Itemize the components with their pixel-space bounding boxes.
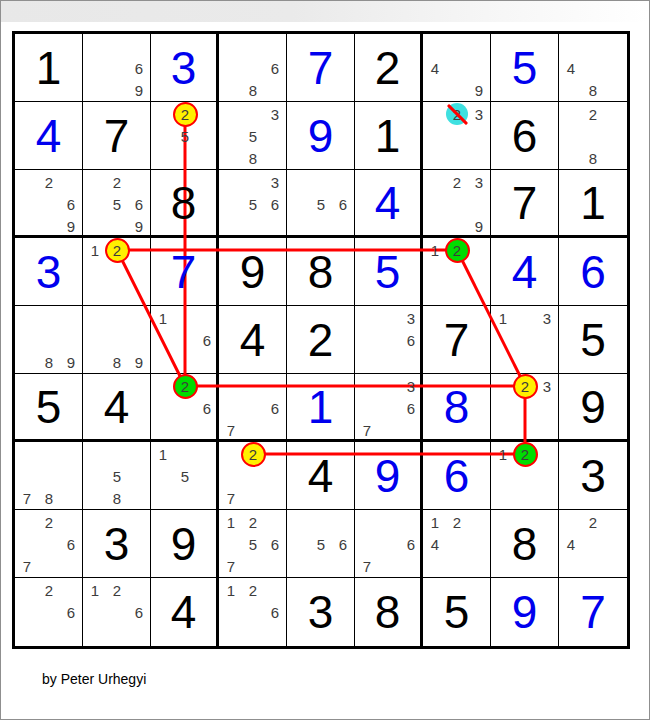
- cell-value: 7: [287, 34, 354, 101]
- cell-value: 9: [355, 442, 420, 509]
- candidate-6: 6: [196, 397, 218, 419]
- cell-r1c8[interactable]: 5: [491, 34, 559, 102]
- cell-value: 1: [287, 374, 354, 439]
- candidate-5: 5: [174, 125, 196, 147]
- candidate-6: 6: [60, 533, 82, 555]
- cell-r9c5[interactable]: 3: [287, 578, 355, 646]
- sudoku-board: 1693687249548472535891236282692569835656…: [12, 31, 630, 649]
- cell-r9c9[interactable]: 7: [559, 578, 627, 646]
- cell-value: 5: [559, 306, 627, 373]
- candidate-1: 1: [220, 511, 242, 533]
- candidate-4: 4: [424, 57, 446, 79]
- candidate-3: 3: [400, 375, 422, 397]
- candidate-3: 3: [400, 307, 422, 329]
- cell-r7c5[interactable]: 4: [287, 442, 355, 510]
- candidate-6: 6: [196, 329, 218, 351]
- cell-value: 7: [423, 306, 490, 373]
- cell-r4c1[interactable]: 3: [15, 238, 83, 306]
- candidate-1: 1: [492, 443, 514, 465]
- cell-value: 2: [287, 306, 354, 373]
- candidate-9: 9: [60, 215, 82, 237]
- candidate-2: 2: [174, 375, 196, 397]
- candidate-9: 9: [128, 215, 150, 237]
- cell-value: 1: [15, 34, 82, 101]
- candidate-7: 7: [16, 487, 38, 509]
- candidate-3: 3: [536, 307, 558, 329]
- cell-value: 4: [151, 578, 216, 646]
- candidate-5: 5: [106, 465, 128, 487]
- cell-value: 9: [219, 238, 286, 305]
- candidate-8: 8: [582, 79, 604, 101]
- candidate-8: 8: [582, 147, 604, 169]
- candidate-6: 6: [60, 601, 82, 623]
- candidate-2: 2: [446, 171, 468, 193]
- cell-r5c5[interactable]: 2: [287, 306, 355, 374]
- candidate-2: 2: [514, 375, 536, 397]
- cell-value: 5: [15, 374, 82, 439]
- cell-r5c4[interactable]: 4: [219, 306, 287, 374]
- candidate-9: 9: [468, 215, 490, 237]
- cell-r1c6[interactable]: 2: [355, 34, 423, 102]
- candidate-6: 6: [400, 397, 422, 419]
- cell-value: 8: [491, 510, 558, 577]
- candidate-8: 8: [38, 351, 60, 373]
- cell-value: 7: [151, 238, 216, 305]
- candidate-2: 2: [106, 579, 128, 601]
- candidate-1: 1: [492, 307, 514, 329]
- candidate-6: 6: [60, 193, 82, 215]
- window-top-strip: [1, 1, 648, 22]
- cell-r6c9[interactable]: 9: [559, 374, 627, 442]
- candidate-6: 6: [400, 329, 422, 351]
- candidate-4: 4: [560, 533, 582, 555]
- candidate-7: 7: [16, 555, 38, 577]
- candidate-2: 2: [174, 103, 196, 125]
- cell-value: 1: [355, 102, 420, 169]
- candidate-5: 5: [310, 533, 332, 555]
- cell-value: 6: [423, 442, 490, 509]
- cell-r7c6[interactable]: 9: [355, 442, 423, 510]
- cell-value: 7: [83, 102, 150, 169]
- cell-r8c2[interactable]: 3: [83, 510, 151, 578]
- candidate-7: 7: [220, 555, 242, 577]
- candidate-9: 9: [128, 351, 150, 373]
- cell-value: 7: [559, 578, 627, 646]
- candidate-1: 1: [424, 511, 446, 533]
- candidate-2: 2: [446, 239, 468, 261]
- cell-r2c1[interactable]: 4: [15, 102, 83, 170]
- cell-r6c2[interactable]: 4: [83, 374, 151, 442]
- cell-r3c6[interactable]: 4: [355, 170, 423, 238]
- candidate-6: 6: [264, 57, 286, 79]
- cell-value: 3: [15, 238, 82, 305]
- candidate-2: 2: [38, 511, 60, 533]
- candidate-4: 4: [560, 57, 582, 79]
- cell-r1c1[interactable]: 1: [15, 34, 83, 102]
- candidate-9: 9: [468, 79, 490, 101]
- candidate-6: 6: [332, 533, 354, 555]
- candidate-7: 7: [356, 555, 378, 577]
- candidate-3: 3: [264, 171, 286, 193]
- cell-value: 6: [491, 102, 558, 169]
- cell-r6c7[interactable]: 8: [423, 374, 491, 442]
- candidate-8: 8: [38, 487, 60, 509]
- cell-value: 4: [491, 238, 558, 305]
- cell-r2c8[interactable]: 6: [491, 102, 559, 170]
- cell-r3c8[interactable]: 7: [491, 170, 559, 238]
- candidate-5: 5: [310, 193, 332, 215]
- candidate-2: 2: [38, 171, 60, 193]
- cell-value: 9: [287, 102, 354, 169]
- candidate-5: 5: [242, 125, 264, 147]
- cell-value: 8: [423, 374, 490, 439]
- cell-value: 9: [491, 578, 558, 646]
- candidate-6: 6: [264, 397, 286, 419]
- candidate-1: 1: [152, 307, 174, 329]
- cell-r5c9[interactable]: 5: [559, 306, 627, 374]
- candidate-6: 6: [400, 533, 422, 555]
- cell-value: 4: [355, 170, 420, 235]
- candidate-9: 9: [128, 79, 150, 101]
- candidate-1: 1: [84, 239, 106, 261]
- candidate-8: 8: [242, 79, 264, 101]
- candidate-6: 6: [128, 193, 150, 215]
- cell-r7c7[interactable]: 6: [423, 442, 491, 510]
- candidate-2: 2: [106, 239, 128, 261]
- cell-value: 5: [355, 238, 420, 305]
- candidate-8: 8: [242, 147, 264, 169]
- candidate-2: 2: [514, 443, 536, 465]
- cell-r6c1[interactable]: 5: [15, 374, 83, 442]
- cell-value: 3: [83, 510, 150, 577]
- candidate-3: 3: [468, 103, 490, 125]
- cell-value: 8: [355, 578, 420, 646]
- candidate-1: 1: [220, 579, 242, 601]
- candidate-2: 2: [38, 579, 60, 601]
- cell-value: 7: [491, 170, 558, 235]
- candidate-7: 7: [356, 419, 378, 441]
- cell-r5c7[interactable]: 7: [423, 306, 491, 374]
- cell-r3c3[interactable]: 8: [151, 170, 219, 238]
- cell-r2c5[interactable]: 9: [287, 102, 355, 170]
- candidate-5: 5: [106, 193, 128, 215]
- cell-r2c6[interactable]: 1: [355, 102, 423, 170]
- candidate-6: 6: [264, 533, 286, 555]
- cell-r4c4[interactable]: 9: [219, 238, 287, 306]
- candidate-2: 2: [582, 511, 604, 533]
- candidate-2: 2: [242, 579, 264, 601]
- candidate-5: 5: [242, 193, 264, 215]
- candidate-2: 2: [582, 103, 604, 125]
- cell-value: 8: [287, 238, 354, 305]
- candidate-6: 6: [264, 193, 286, 215]
- candidate-6: 6: [128, 57, 150, 79]
- candidate-6: 6: [128, 601, 150, 623]
- candidate-8: 8: [106, 487, 128, 509]
- candidate-5: 5: [174, 465, 196, 487]
- candidate-4: 4: [424, 533, 446, 555]
- candidate-1: 1: [424, 239, 446, 261]
- cell-value: 4: [287, 442, 354, 509]
- candidate-7: 7: [220, 419, 242, 441]
- candidate-3: 3: [536, 375, 558, 397]
- cell-r1c5[interactable]: 7: [287, 34, 355, 102]
- cell-r4c8[interactable]: 4: [491, 238, 559, 306]
- cell-r9c3[interactable]: 4: [151, 578, 219, 646]
- cell-value: 4: [83, 374, 150, 439]
- candidate-3: 3: [468, 171, 490, 193]
- cell-value: 3: [151, 34, 216, 101]
- candidate-9: 9: [60, 351, 82, 373]
- candidate-8: 8: [106, 351, 128, 373]
- cell-r4c5[interactable]: 8: [287, 238, 355, 306]
- cell-r8c8[interactable]: 8: [491, 510, 559, 578]
- cell-r9c7[interactable]: 5: [423, 578, 491, 646]
- cell-r9c6[interactable]: 8: [355, 578, 423, 646]
- cell-r7c9[interactable]: 3: [559, 442, 627, 510]
- candidate-1: 1: [152, 443, 174, 465]
- cell-value: 5: [423, 578, 490, 646]
- cell-r6c5[interactable]: 1: [287, 374, 355, 442]
- cell-r2c2[interactable]: 7: [83, 102, 151, 170]
- candidate-2: 2: [446, 511, 468, 533]
- cell-value: 4: [15, 102, 82, 169]
- cell-value: 1: [559, 170, 627, 235]
- cell-value: 4: [219, 306, 286, 373]
- credit-text: by Peter Urhegyi: [42, 671, 146, 687]
- candidate-2: 2: [242, 511, 264, 533]
- candidate-1: 1: [84, 579, 106, 601]
- candidate-5: 5: [242, 533, 264, 555]
- candidate-2: 2: [242, 443, 264, 465]
- cell-value: 5: [491, 34, 558, 101]
- sudoku-grid: 1693687249548472535891236282692569835656…: [15, 34, 627, 646]
- cell-r3c9[interactable]: 1: [559, 170, 627, 238]
- candidate-3: 3: [264, 103, 286, 125]
- cell-value: 3: [287, 578, 354, 646]
- cell-r1c3[interactable]: 3: [151, 34, 219, 102]
- cell-value: 8: [151, 170, 216, 235]
- cell-r4c9[interactable]: 6: [559, 238, 627, 306]
- cell-value: 9: [151, 510, 216, 577]
- candidate-6: 6: [264, 601, 286, 623]
- cell-r9c8[interactable]: 9: [491, 578, 559, 646]
- candidate-6: 6: [332, 193, 354, 215]
- cell-r4c3[interactable]: 7: [151, 238, 219, 306]
- cell-r4c6[interactable]: 5: [355, 238, 423, 306]
- cell-value: 3: [559, 442, 627, 509]
- cell-value: 2: [355, 34, 420, 101]
- cell-value: 6: [559, 238, 627, 305]
- cell-value: 9: [559, 374, 627, 439]
- candidate-7: 7: [220, 487, 242, 509]
- cell-r8c3[interactable]: 9: [151, 510, 219, 578]
- candidate-2: 2: [106, 171, 128, 193]
